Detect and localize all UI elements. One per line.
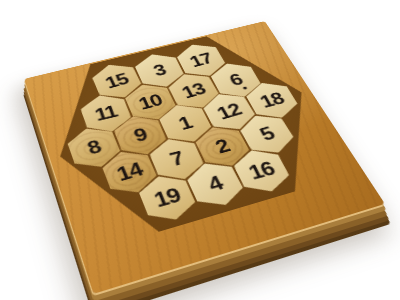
photo-background: 15317111013689112181472519416 bbox=[0, 0, 400, 300]
tile-number: 11 bbox=[92, 103, 119, 123]
tile-number: 15 bbox=[103, 71, 131, 91]
tile-number: 9 bbox=[131, 126, 149, 145]
puzzle-board: 15317111013689112181472519416 bbox=[24, 21, 385, 294]
board-tray: 15317111013689112181472519416 bbox=[24, 21, 385, 294]
tile-number: 8 bbox=[85, 138, 103, 158]
tile-number: 19 bbox=[151, 185, 183, 210]
tile-number: 16 bbox=[245, 159, 277, 183]
tile-number: 1 bbox=[176, 114, 195, 133]
tile-number: 18 bbox=[257, 90, 287, 110]
tile-number: 14 bbox=[114, 160, 145, 184]
tile-number: 4 bbox=[204, 173, 225, 194]
orientation-dot bbox=[242, 86, 247, 90]
tile-grid: 15317111013689112181472519416 bbox=[24, 21, 385, 294]
tile-number: 10 bbox=[136, 91, 164, 112]
tile-number: 7 bbox=[167, 149, 186, 169]
tile-number: 12 bbox=[214, 101, 244, 122]
tile-number: 2 bbox=[212, 136, 232, 156]
tile-number: 6 bbox=[227, 71, 245, 88]
tile-number: 3 bbox=[151, 62, 168, 78]
tile-number: 13 bbox=[179, 80, 208, 100]
tile-number: 5 bbox=[257, 124, 278, 143]
tile-number: 17 bbox=[187, 51, 215, 70]
